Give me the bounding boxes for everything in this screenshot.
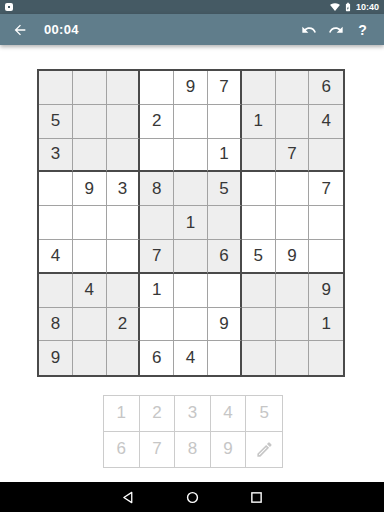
cell-r5c3[interactable] — [107, 206, 141, 240]
back-button[interactable] — [11, 21, 28, 38]
wifi-icon — [330, 2, 340, 12]
redo-button[interactable] — [327, 21, 344, 38]
game-timer: 00:04 — [44, 22, 79, 37]
cell-r8c5[interactable] — [174, 308, 208, 342]
pencil-toggle-button[interactable] — [246, 432, 282, 468]
cell-r8c8[interactable] — [276, 308, 310, 342]
cell-r6c1[interactable]: 4 — [39, 240, 73, 274]
cell-r4c4[interactable]: 8 — [140, 172, 174, 206]
cell-r2c7[interactable]: 1 — [242, 105, 276, 139]
cell-r5c9[interactable] — [309, 206, 343, 240]
cell-r5c2[interactable] — [73, 206, 107, 240]
cell-r9c2[interactable] — [73, 341, 107, 375]
cell-r3c1[interactable]: 3 — [39, 139, 73, 173]
nav-recents-button[interactable] — [248, 489, 265, 506]
cell-r5c8[interactable] — [276, 206, 310, 240]
cell-r8c3[interactable]: 2 — [107, 308, 141, 342]
numpad-key-5[interactable]: 5 — [246, 396, 282, 432]
numpad-key-3[interactable]: 3 — [175, 396, 211, 432]
cell-r2c2[interactable] — [73, 105, 107, 139]
cell-r7c5[interactable] — [174, 274, 208, 308]
cell-r2c3[interactable] — [107, 105, 141, 139]
cell-r4c5[interactable] — [174, 172, 208, 206]
cell-r6c2[interactable] — [73, 240, 107, 274]
cell-r6c6[interactable]: 6 — [208, 240, 242, 274]
numpad-key-9[interactable]: 9 — [211, 432, 247, 468]
cell-r2c5[interactable] — [174, 105, 208, 139]
cell-r4c8[interactable] — [276, 172, 310, 206]
cell-r3c3[interactable] — [107, 139, 141, 173]
cell-r1c7[interactable] — [242, 71, 276, 105]
cell-r9c6[interactable] — [208, 341, 242, 375]
cell-r1c3[interactable] — [107, 71, 141, 105]
cell-r3c5[interactable] — [174, 139, 208, 173]
nav-back-button[interactable] — [120, 489, 137, 506]
cell-r7c3[interactable] — [107, 274, 141, 308]
numpad-key-2[interactable]: 2 — [140, 396, 176, 432]
nav-home-button[interactable] — [184, 489, 201, 506]
cell-r7c9[interactable]: 9 — [309, 274, 343, 308]
undo-button[interactable] — [300, 21, 317, 38]
cell-r9c7[interactable] — [242, 341, 276, 375]
cell-r3c9[interactable] — [309, 139, 343, 173]
cell-r1c4[interactable] — [140, 71, 174, 105]
cell-r2c4[interactable]: 2 — [140, 105, 174, 139]
cell-r7c4[interactable]: 1 — [140, 274, 174, 308]
cell-r8c9[interactable]: 1 — [309, 308, 343, 342]
cell-r3c2[interactable] — [73, 139, 107, 173]
status-clock: 10:40 — [356, 0, 379, 14]
cell-r8c2[interactable] — [73, 308, 107, 342]
cell-r4c6[interactable]: 5 — [208, 172, 242, 206]
cell-r6c5[interactable] — [174, 240, 208, 274]
cell-r3c8[interactable]: 7 — [276, 139, 310, 173]
cell-r2c1[interactable]: 5 — [39, 105, 73, 139]
cell-r2c6[interactable] — [208, 105, 242, 139]
cell-r8c4[interactable] — [140, 308, 174, 342]
cell-r4c3[interactable]: 3 — [107, 172, 141, 206]
cell-r1c2[interactable] — [73, 71, 107, 105]
sudoku-app-screen: 10:40 00:04 ? 97652143179385714765941982… — [0, 0, 384, 512]
cell-r2c9[interactable]: 4 — [309, 105, 343, 139]
cell-r7c1[interactable] — [39, 274, 73, 308]
cell-r7c8[interactable] — [276, 274, 310, 308]
cell-r3c6[interactable]: 1 — [208, 139, 242, 173]
number-pad: 123456789 — [103, 395, 283, 468]
numpad-key-7[interactable]: 7 — [140, 432, 176, 468]
sudoku-board: 9765214317938571476594198291964 — [37, 69, 345, 377]
app-bar: 00:04 ? — [0, 14, 384, 45]
cell-r8c1[interactable]: 8 — [39, 308, 73, 342]
cell-r6c9[interactable] — [309, 240, 343, 274]
cell-r5c5[interactable]: 1 — [174, 206, 208, 240]
cell-r6c4[interactable]: 7 — [140, 240, 174, 274]
help-button[interactable]: ? — [354, 21, 371, 38]
numpad-key-4[interactable]: 4 — [211, 396, 247, 432]
cell-r7c2[interactable]: 4 — [73, 274, 107, 308]
cell-r9c1[interactable]: 9 — [39, 341, 73, 375]
cell-r6c3[interactable] — [107, 240, 141, 274]
cell-r5c6[interactable] — [208, 206, 242, 240]
cell-r4c1[interactable] — [39, 172, 73, 206]
cell-r9c4[interactable]: 6 — [140, 341, 174, 375]
cell-r2c8[interactable] — [276, 105, 310, 139]
cell-r1c9[interactable]: 6 — [309, 71, 343, 105]
notification-icon — [5, 3, 13, 11]
pencil-icon — [255, 440, 274, 459]
cell-r5c7[interactable] — [242, 206, 276, 240]
numpad-key-8[interactable]: 8 — [175, 432, 211, 468]
cell-r6c8[interactable]: 9 — [276, 240, 310, 274]
cell-r7c7[interactable] — [242, 274, 276, 308]
cell-r9c9[interactable] — [309, 341, 343, 375]
cell-r9c8[interactable] — [276, 341, 310, 375]
cell-r7c6[interactable] — [208, 274, 242, 308]
cell-r8c7[interactable] — [242, 308, 276, 342]
cell-r3c7[interactable] — [242, 139, 276, 173]
cell-r4c2[interactable]: 9 — [73, 172, 107, 206]
cell-r1c1[interactable] — [39, 71, 73, 105]
android-nav-bar — [0, 482, 384, 512]
cell-r1c8[interactable] — [276, 71, 310, 105]
status-bar: 10:40 — [0, 0, 384, 14]
numpad-key-6[interactable]: 6 — [104, 432, 140, 468]
cell-r4c7[interactable] — [242, 172, 276, 206]
numpad-key-1[interactable]: 1 — [104, 396, 140, 432]
cell-r4c9[interactable]: 7 — [309, 172, 343, 206]
cell-r9c3[interactable] — [107, 341, 141, 375]
cell-r1c6[interactable]: 7 — [208, 71, 242, 105]
cell-r8c6[interactable]: 9 — [208, 308, 242, 342]
cell-r5c4[interactable] — [140, 206, 174, 240]
cell-r5c1[interactable] — [39, 206, 73, 240]
cell-r6c7[interactable]: 5 — [242, 240, 276, 274]
cell-r1c5[interactable]: 9 — [174, 71, 208, 105]
battery-icon — [343, 2, 353, 12]
cell-r3c4[interactable] — [140, 139, 174, 173]
help-icon: ? — [358, 22, 367, 38]
cell-r9c5[interactable]: 4 — [174, 341, 208, 375]
